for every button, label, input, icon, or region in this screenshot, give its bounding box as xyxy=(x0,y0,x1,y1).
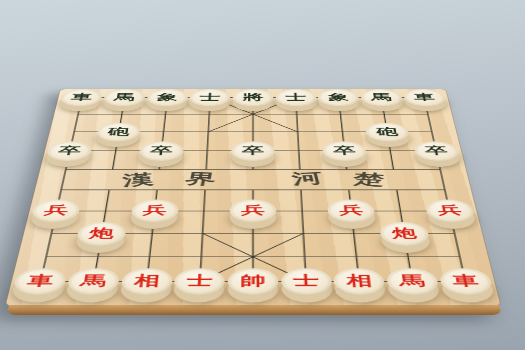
piece-bB-g10[interactable]: 象 xyxy=(318,89,360,106)
piece-bR-a10[interactable]: 車 xyxy=(59,89,103,106)
piece-glyph: 馬 xyxy=(80,274,108,287)
piece-glyph: 兵 xyxy=(43,204,69,215)
piece-glyph: 兵 xyxy=(339,204,364,215)
piece-rR-i1[interactable]: 車 xyxy=(438,268,494,294)
piece-glyph: 炮 xyxy=(391,227,417,239)
xiangqi-board[interactable]: 漢 界 河 楚 車馬象士將士象馬車砲砲卒卒卒卒卒兵兵兵兵兵炮炮車馬相士帥士相馬車 xyxy=(5,89,500,306)
piece-bR-i10[interactable]: 車 xyxy=(402,89,446,106)
piece-bP-e7[interactable]: 卒 xyxy=(231,141,275,161)
piece-bC-b8[interactable]: 砲 xyxy=(96,123,141,142)
piece-glyph: 車 xyxy=(451,274,480,287)
piece-glyph: 士 xyxy=(200,93,221,102)
piece-bN-h10[interactable]: 馬 xyxy=(360,89,403,106)
piece-glyph: 馬 xyxy=(113,93,135,102)
piece-bP-c7[interactable]: 卒 xyxy=(138,141,183,161)
piece-rB-c1[interactable]: 相 xyxy=(120,268,173,294)
piece-glyph: 兵 xyxy=(436,204,462,215)
piece-glyph: 砲 xyxy=(107,127,130,137)
piece-glyph: 帥 xyxy=(240,274,266,287)
piece-glyph: 相 xyxy=(346,274,373,287)
piece-glyph: 砲 xyxy=(376,127,399,137)
piece-glyph: 相 xyxy=(133,274,160,287)
piece-glyph: 卒 xyxy=(242,145,264,155)
piece-bC-h8[interactable]: 砲 xyxy=(365,123,410,142)
piece-glyph: 車 xyxy=(26,274,55,287)
piece-glyph: 士 xyxy=(187,274,213,287)
piece-rN-b1[interactable]: 馬 xyxy=(66,268,121,294)
piece-rC-h3[interactable]: 炮 xyxy=(379,222,431,246)
piece-bN-b10[interactable]: 馬 xyxy=(103,89,146,106)
piece-bP-i7[interactable]: 卒 xyxy=(413,141,461,161)
piece-glyph: 炮 xyxy=(88,227,114,239)
piece-rA-f1[interactable]: 士 xyxy=(281,268,333,294)
piece-glyph: 士 xyxy=(285,93,306,102)
piece-glyph: 兵 xyxy=(241,204,265,215)
piece-rP-i4[interactable]: 兵 xyxy=(424,199,475,221)
photo-background: 漢 界 河 楚 車馬象士將士象馬車砲砲卒卒卒卒卒兵兵兵兵兵炮炮車馬相士帥士相馬車 xyxy=(0,0,525,350)
piece-bK-e10[interactable]: 將 xyxy=(233,89,274,106)
piece-rN-h1[interactable]: 馬 xyxy=(385,268,440,294)
piece-rB-g1[interactable]: 相 xyxy=(333,268,386,294)
piece-bA-d10[interactable]: 士 xyxy=(189,89,230,106)
piece-rP-g4[interactable]: 兵 xyxy=(327,199,376,221)
piece-rC-b3[interactable]: 炮 xyxy=(76,222,128,246)
piece-bA-f10[interactable]: 士 xyxy=(275,89,316,106)
piece-glyph: 卒 xyxy=(150,145,173,155)
piece-glyph: 卒 xyxy=(424,145,448,155)
piece-glyph: 車 xyxy=(70,93,93,102)
piece-glyph: 士 xyxy=(293,274,319,287)
piece-glyph: 將 xyxy=(243,93,264,102)
piece-rP-a4[interactable]: 兵 xyxy=(30,199,81,221)
piece-rA-d1[interactable]: 士 xyxy=(174,268,226,294)
piece-glyph: 兵 xyxy=(142,204,167,215)
piece-glyph: 象 xyxy=(157,93,179,102)
piece-glyph: 卒 xyxy=(58,145,82,155)
piece-rP-e4[interactable]: 兵 xyxy=(229,199,276,221)
piece-glyph: 馬 xyxy=(370,93,392,102)
piece-glyph: 馬 xyxy=(398,274,426,287)
piece-rK-e1[interactable]: 帥 xyxy=(228,268,279,294)
piece-glyph: 卒 xyxy=(333,145,356,155)
piece-bB-c10[interactable]: 象 xyxy=(146,89,188,106)
piece-rP-c4[interactable]: 兵 xyxy=(130,199,179,221)
piece-bP-a7[interactable]: 卒 xyxy=(46,141,94,161)
piece-rR-a1[interactable]: 車 xyxy=(12,268,68,294)
piece-glyph: 象 xyxy=(328,93,350,102)
board-edge xyxy=(7,305,502,315)
piece-glyph: 車 xyxy=(413,93,436,102)
piece-grid: 車馬象士將士象馬車砲砲卒卒卒卒卒兵兵兵兵兵炮炮車馬相士帥士相馬車 xyxy=(11,89,496,295)
piece-bP-g7[interactable]: 卒 xyxy=(322,141,367,161)
